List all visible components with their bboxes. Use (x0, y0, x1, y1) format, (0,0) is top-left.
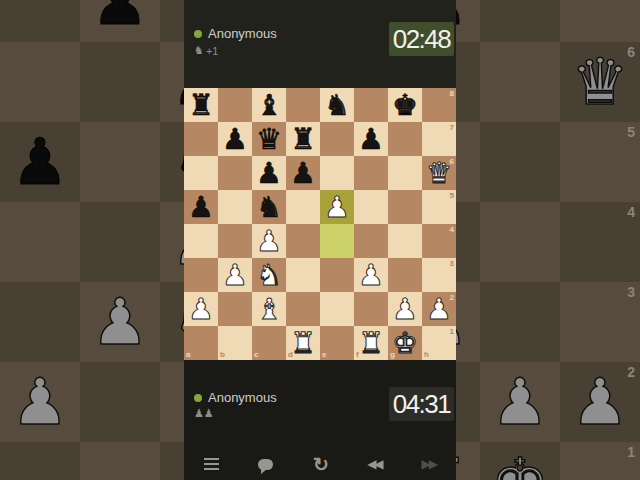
top-player-clock: 02:48 (389, 22, 454, 56)
square-h7[interactable]: 7 (422, 122, 456, 156)
square-g7[interactable] (388, 122, 422, 156)
square-a6 (0, 42, 80, 122)
square-a2[interactable]: ♟ (184, 292, 218, 326)
square-g7 (480, 0, 560, 42)
square-g4[interactable] (388, 224, 422, 258)
square-f7[interactable]: ♟ (354, 122, 388, 156)
rank-label: 2 (627, 364, 635, 380)
square-h1: 1 (560, 442, 640, 480)
captured-pieces-top: ♞ (194, 44, 204, 57)
square-f4[interactable] (354, 224, 388, 258)
chat-icon[interactable] (251, 452, 281, 476)
square-g1[interactable]: ♚g (388, 326, 422, 360)
chess-board[interactable]: ♜♝♞♚8♟♛♜♟7♟♟♛6♟♞♟5♟4♟♞♟3♟♝♟♟2abc♜de♜f♚g1… (184, 88, 456, 360)
rank-label: 6 (450, 157, 454, 166)
black-rook-piece[interactable]: ♜ (188, 88, 214, 122)
white-king-piece: ♚ (491, 442, 548, 480)
square-e5[interactable]: ♟ (320, 190, 354, 224)
bottom-player-bar: Anonymous ♟♟ 04:31 ↻ ◀◀ ▶▶ (184, 360, 456, 480)
white-pawn-piece: ♟ (571, 362, 628, 442)
square-d7[interactable]: ♜ (286, 122, 320, 156)
rank-label: 1 (450, 327, 454, 336)
square-g4 (480, 202, 560, 282)
square-h4[interactable]: 4 (422, 224, 456, 258)
rewind-icon[interactable]: ◀◀ (359, 452, 389, 476)
white-pawn-piece[interactable]: ♟ (358, 258, 384, 292)
square-b6 (80, 42, 160, 122)
white-pawn-piece[interactable]: ♟ (426, 292, 452, 326)
square-c4[interactable]: ♟ (252, 224, 286, 258)
square-h2: ♟2 (560, 362, 640, 442)
square-a8[interactable]: ♜ (184, 88, 218, 122)
rank-label: 7 (450, 123, 454, 132)
square-e6[interactable] (320, 156, 354, 190)
square-d1[interactable]: ♜d (286, 326, 320, 360)
square-b3: ♟ (80, 282, 160, 362)
square-e7[interactable] (320, 122, 354, 156)
square-a1 (0, 442, 80, 480)
square-g6 (480, 42, 560, 122)
rank-label: 8 (450, 89, 454, 98)
square-h5[interactable]: 5 (422, 190, 456, 224)
captured-pieces-bottom: ♟♟ (194, 407, 214, 420)
square-a5[interactable]: ♟ (184, 190, 218, 224)
square-a6[interactable] (184, 156, 218, 190)
forward-icon[interactable]: ▶▶ (414, 452, 444, 476)
file-label: h (424, 350, 429, 359)
square-a2: ♟ (0, 362, 80, 442)
square-g3 (480, 282, 560, 362)
white-queen-piece: ♛ (571, 42, 628, 122)
square-h3: 3 (560, 282, 640, 362)
square-b1 (80, 442, 160, 480)
rank-label: 2 (450, 293, 454, 302)
file-label: f (356, 350, 359, 359)
screen: ♜♝♞♚8♟♛♜♟7♟♟♛6♟♞♟5♟4♟♞♟3♟♝♟♟2♜♜♚1 Anonym… (0, 0, 640, 480)
square-h6: ♛6 (560, 42, 640, 122)
white-pawn-piece[interactable]: ♟ (324, 190, 350, 224)
square-e3[interactable] (320, 258, 354, 292)
square-b5[interactable] (218, 190, 252, 224)
square-g5[interactable] (388, 190, 422, 224)
square-a1[interactable]: a (184, 326, 218, 360)
square-f5[interactable] (354, 190, 388, 224)
white-king-piece[interactable]: ♚ (392, 326, 418, 360)
black-pawn-piece[interactable]: ♟ (256, 156, 282, 190)
top-player-name: Anonymous (208, 26, 277, 41)
square-c8[interactable]: ♝ (252, 88, 286, 122)
square-c1[interactable]: c (252, 326, 286, 360)
black-bishop-piece[interactable]: ♝ (256, 88, 282, 122)
square-e4[interactable] (320, 224, 354, 258)
file-label: c (254, 350, 258, 359)
rank-label: 5 (450, 191, 454, 200)
material-advantage-top: +1 (206, 45, 219, 57)
square-h6[interactable]: ♛6 (422, 156, 456, 190)
square-c5[interactable]: ♞ (252, 190, 286, 224)
square-e2[interactable] (320, 292, 354, 326)
chat-bubble-icon (258, 459, 273, 470)
white-pawn-piece[interactable]: ♟ (392, 292, 418, 326)
square-c7[interactable]: ♛ (252, 122, 286, 156)
rank-label: 4 (450, 225, 454, 234)
square-b5 (80, 122, 160, 202)
black-pawn-piece[interactable]: ♟ (290, 156, 316, 190)
square-f6[interactable] (354, 156, 388, 190)
white-pawn-piece: ♟ (491, 362, 548, 442)
square-b7[interactable]: ♟ (218, 122, 252, 156)
list-icon (204, 458, 219, 470)
black-pawn-piece: ♟ (11, 122, 68, 202)
white-queen-piece[interactable]: ♛ (426, 156, 452, 190)
square-g1: ♚ (480, 442, 560, 480)
square-a3[interactable] (184, 258, 218, 292)
square-g3[interactable] (388, 258, 422, 292)
online-status-dot (194, 394, 202, 402)
square-b1[interactable]: b (218, 326, 252, 360)
black-king-piece[interactable]: ♚ (392, 88, 418, 122)
square-a5: ♟ (0, 122, 80, 202)
white-bishop-piece[interactable]: ♝ (256, 292, 282, 326)
white-pawn-piece[interactable]: ♟ (188, 292, 214, 326)
square-g2: ♟ (480, 362, 560, 442)
square-h5: 5 (560, 122, 640, 202)
square-c3[interactable]: ♞ (252, 258, 286, 292)
flip-board-icon[interactable]: ↻ (305, 452, 335, 476)
top-player-bar: Anonymous ♞ +1 02:48 (184, 0, 456, 88)
moves-list-icon[interactable] (196, 452, 226, 476)
square-a4 (0, 202, 80, 282)
black-knight-piece[interactable]: ♞ (256, 190, 282, 224)
white-knight-piece[interactable]: ♞ (256, 258, 282, 292)
square-f2[interactable] (354, 292, 388, 326)
bottom-player-clock: 04:31 (389, 387, 454, 421)
square-b2 (80, 362, 160, 442)
black-pawn-piece[interactable]: ♟ (188, 190, 214, 224)
white-rook-piece[interactable]: ♜ (290, 326, 316, 360)
black-rook-piece[interactable]: ♜ (290, 122, 316, 156)
white-pawn-piece: ♟ (11, 362, 68, 442)
square-a4[interactable] (184, 224, 218, 258)
black-pawn-piece: ♟ (91, 0, 148, 42)
game-screen: Anonymous ♞ +1 02:48 ♜♝♞♚8♟♛♜♟7♟♟♛6♟♞♟5♟… (184, 0, 456, 480)
file-label: g (390, 350, 395, 359)
square-f3[interactable]: ♟ (354, 258, 388, 292)
square-b3[interactable]: ♟ (218, 258, 252, 292)
square-b4 (80, 202, 160, 282)
game-toolbar: ↻ ◀◀ ▶▶ (184, 450, 456, 478)
file-label: d (288, 350, 293, 359)
white-pawn-piece: ♟ (91, 282, 148, 362)
white-pawn-piece[interactable]: ♟ (256, 224, 282, 258)
bottom-player-name: Anonymous (208, 390, 277, 405)
white-rook-piece[interactable]: ♜ (358, 326, 384, 360)
square-e1[interactable]: e (320, 326, 354, 360)
square-f8[interactable] (354, 88, 388, 122)
online-status-dot (194, 30, 202, 38)
file-label: e (322, 350, 326, 359)
square-g5 (480, 122, 560, 202)
file-label: b (220, 350, 225, 359)
black-pawn-piece[interactable]: ♟ (222, 122, 248, 156)
white-pawn-piece[interactable]: ♟ (222, 258, 248, 292)
rank-label: 3 (450, 259, 454, 268)
square-g2[interactable]: ♟ (388, 292, 422, 326)
square-h7: 7 (560, 0, 640, 42)
square-b7: ♟ (80, 0, 160, 42)
square-g6[interactable] (388, 156, 422, 190)
square-a7 (0, 0, 80, 42)
rank-label: 3 (627, 284, 635, 300)
square-d6[interactable]: ♟ (286, 156, 320, 190)
square-d3[interactable] (286, 258, 320, 292)
black-queen-piece[interactable]: ♛ (256, 122, 282, 156)
square-h8[interactable]: 8 (422, 88, 456, 122)
square-d4[interactable] (286, 224, 320, 258)
square-h3[interactable]: 3 (422, 258, 456, 292)
square-d5[interactable] (286, 190, 320, 224)
square-d2[interactable] (286, 292, 320, 326)
square-b2[interactable] (218, 292, 252, 326)
square-c6[interactable]: ♟ (252, 156, 286, 190)
black-knight-piece[interactable]: ♞ (324, 88, 350, 122)
square-h1[interactable]: 1h (422, 326, 456, 360)
square-g8[interactable]: ♚ (388, 88, 422, 122)
square-f1[interactable]: ♜f (354, 326, 388, 360)
square-e8[interactable]: ♞ (320, 88, 354, 122)
square-b6[interactable] (218, 156, 252, 190)
square-b4[interactable] (218, 224, 252, 258)
square-h4: 4 (560, 202, 640, 282)
square-b8[interactable] (218, 88, 252, 122)
square-d8[interactable] (286, 88, 320, 122)
rank-label: 5 (627, 124, 635, 140)
file-label: a (186, 350, 190, 359)
square-a3 (0, 282, 80, 362)
rank-label: 6 (627, 44, 635, 60)
rank-label: 4 (627, 204, 635, 220)
square-h2[interactable]: ♟2 (422, 292, 456, 326)
square-c2[interactable]: ♝ (252, 292, 286, 326)
rank-label: 1 (627, 444, 635, 460)
black-pawn-piece[interactable]: ♟ (358, 122, 384, 156)
square-a7[interactable] (184, 122, 218, 156)
